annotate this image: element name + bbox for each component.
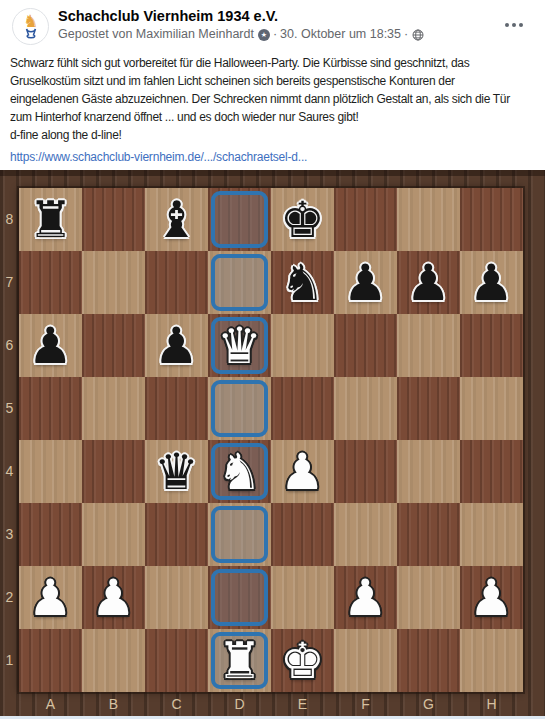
rank-labels: 87654321 bbox=[0, 188, 19, 692]
square-f1 bbox=[334, 629, 397, 692]
square-f5 bbox=[334, 377, 397, 440]
rank-label-3: 3 bbox=[0, 503, 19, 566]
file-labels: ABCDEFGH bbox=[19, 692, 523, 719]
square-e7: ♞ bbox=[271, 251, 334, 314]
file-label-g: G bbox=[397, 692, 460, 719]
white-pawn: ♟ bbox=[334, 566, 397, 629]
globe-privacy-icon bbox=[412, 29, 424, 41]
square-d1: ♜ bbox=[208, 629, 271, 692]
square-h5 bbox=[460, 377, 523, 440]
author-badge-icon bbox=[258, 29, 270, 41]
square-b8 bbox=[82, 188, 145, 251]
file-label-h: H bbox=[460, 692, 523, 719]
square-c2 bbox=[145, 566, 208, 629]
square-g7: ♟ bbox=[397, 251, 460, 314]
black-pawn: ♟ bbox=[397, 251, 460, 314]
square-h4 bbox=[460, 440, 523, 503]
square-e5 bbox=[271, 377, 334, 440]
white-knight: ♞ bbox=[208, 440, 271, 503]
square-c3 bbox=[145, 503, 208, 566]
square-g3 bbox=[397, 503, 460, 566]
black-knight: ♞ bbox=[271, 251, 334, 314]
dot-separator: · bbox=[273, 27, 277, 42]
black-pawn: ♟ bbox=[19, 314, 82, 377]
post-text-line: eingeladenen Gäste abzuzeichnen. Der Sch… bbox=[10, 90, 535, 108]
chess-board-image[interactable]: 87654321 ♜♝♚♞♟♟♟♟♟♛♛♞♟♟♟♟♟♜♚ ABCDEFGH bbox=[0, 170, 545, 719]
square-a1 bbox=[19, 629, 82, 692]
white-pawn: ♟ bbox=[460, 566, 523, 629]
square-a8: ♜ bbox=[19, 188, 82, 251]
square-f7: ♟ bbox=[334, 251, 397, 314]
square-d8 bbox=[208, 188, 271, 251]
white-pawn: ♟ bbox=[271, 440, 334, 503]
square-b6 bbox=[82, 314, 145, 377]
white-queen: ♛ bbox=[208, 314, 271, 377]
square-b5 bbox=[82, 377, 145, 440]
post-menu-button[interactable] bbox=[505, 20, 527, 30]
posted-by-text[interactable]: Gepostet von Maximilian Meinhardt bbox=[58, 27, 254, 42]
square-c4: ♛ bbox=[145, 440, 208, 503]
file-label-d: D bbox=[208, 692, 271, 719]
black-pawn: ♟ bbox=[460, 251, 523, 314]
square-a2: ♟ bbox=[19, 566, 82, 629]
square-d5 bbox=[208, 377, 271, 440]
square-d7 bbox=[208, 251, 271, 314]
dot-separator: · bbox=[404, 27, 408, 42]
square-b1 bbox=[82, 629, 145, 692]
page-name-link[interactable]: Schachclub Viernheim 1934 e.V. bbox=[58, 8, 545, 25]
square-h7: ♟ bbox=[460, 251, 523, 314]
rank-label-8: 8 bbox=[0, 188, 19, 251]
square-f3 bbox=[334, 503, 397, 566]
square-h8 bbox=[460, 188, 523, 251]
square-b2: ♟ bbox=[82, 566, 145, 629]
square-a5 bbox=[19, 377, 82, 440]
file-label-b: B bbox=[82, 692, 145, 719]
square-b4 bbox=[82, 440, 145, 503]
rank-label-2: 2 bbox=[0, 566, 19, 629]
post-header: ♞ Schachclub Viernheim 1934 e.V. Geposte… bbox=[0, 0, 545, 52]
square-f8 bbox=[334, 188, 397, 251]
square-b3 bbox=[82, 503, 145, 566]
square-e4: ♟ bbox=[271, 440, 334, 503]
square-f6 bbox=[334, 314, 397, 377]
square-h1 bbox=[460, 629, 523, 692]
black-pawn: ♟ bbox=[145, 314, 208, 377]
square-h3 bbox=[460, 503, 523, 566]
white-pawn: ♟ bbox=[19, 566, 82, 629]
rank-label-4: 4 bbox=[0, 440, 19, 503]
club-avatar[interactable]: ♞ bbox=[12, 8, 49, 45]
square-d6: ♛ bbox=[208, 314, 271, 377]
square-d3 bbox=[208, 503, 271, 566]
square-f2: ♟ bbox=[334, 566, 397, 629]
white-rook: ♜ bbox=[208, 629, 271, 692]
square-h2: ♟ bbox=[460, 566, 523, 629]
post-text-line: Gruselkostüm sitzt und im fahlen Licht s… bbox=[10, 72, 535, 90]
rank-label-7: 7 bbox=[0, 251, 19, 314]
file-label-a: A bbox=[19, 692, 82, 719]
square-c1 bbox=[145, 629, 208, 692]
post-tagline: d-fine along the d-line! bbox=[10, 126, 535, 144]
square-d2 bbox=[208, 566, 271, 629]
square-h6 bbox=[460, 314, 523, 377]
square-g6 bbox=[397, 314, 460, 377]
square-c7 bbox=[145, 251, 208, 314]
black-king: ♚ bbox=[271, 188, 334, 251]
post-header-text: Schachclub Viernheim 1934 e.V. Gepostet … bbox=[0, 0, 545, 42]
square-g4 bbox=[397, 440, 460, 503]
black-queen: ♛ bbox=[145, 440, 208, 503]
post-text-line: zum Hinterhof knarzend öffnet ... und es… bbox=[10, 108, 535, 126]
post-text-line: Schwarz fühlt sich gut vorbereitet für d… bbox=[10, 54, 535, 72]
club-logo-knight-icon: ♞ bbox=[23, 14, 38, 29]
square-g5 bbox=[397, 377, 460, 440]
square-a3 bbox=[19, 503, 82, 566]
square-e1: ♚ bbox=[271, 629, 334, 692]
square-g8 bbox=[397, 188, 460, 251]
rank-label-6: 6 bbox=[0, 314, 19, 377]
chess-board-grid: ♜♝♚♞♟♟♟♟♟♛♛♞♟♟♟♟♟♜♚ bbox=[19, 188, 523, 692]
post-timestamp[interactable]: 30. Oktober um 18:35 bbox=[280, 27, 401, 42]
square-e8: ♚ bbox=[271, 188, 334, 251]
square-e3 bbox=[271, 503, 334, 566]
post-subtitle: Gepostet von Maximilian Meinhardt · 30. … bbox=[58, 27, 545, 42]
square-c6: ♟ bbox=[145, 314, 208, 377]
file-label-e: E bbox=[271, 692, 334, 719]
square-c5 bbox=[145, 377, 208, 440]
square-a4 bbox=[19, 440, 82, 503]
square-c8: ♝ bbox=[145, 188, 208, 251]
club-logo-emblem-icon bbox=[24, 28, 38, 39]
black-pawn: ♟ bbox=[334, 251, 397, 314]
square-e2 bbox=[271, 566, 334, 629]
white-pawn: ♟ bbox=[82, 566, 145, 629]
facebook-post: ♞ Schachclub Viernheim 1934 e.V. Geposte… bbox=[0, 0, 545, 719]
rank-label-5: 5 bbox=[0, 377, 19, 440]
square-a6: ♟ bbox=[19, 314, 82, 377]
black-rook: ♜ bbox=[19, 188, 82, 251]
post-body: Schwarz fühlt sich gut vorbereitet für d… bbox=[0, 52, 545, 170]
post-link[interactable]: https://www.schachclub-viernheim.de/.../… bbox=[10, 148, 535, 166]
white-king: ♚ bbox=[271, 629, 334, 692]
square-b7 bbox=[82, 251, 145, 314]
square-g2 bbox=[397, 566, 460, 629]
black-bishop: ♝ bbox=[145, 188, 208, 251]
ellipsis-icon bbox=[505, 23, 509, 27]
square-d4: ♞ bbox=[208, 440, 271, 503]
square-a7 bbox=[19, 251, 82, 314]
rank-label-1: 1 bbox=[0, 629, 19, 692]
square-e6 bbox=[271, 314, 334, 377]
file-label-c: C bbox=[145, 692, 208, 719]
square-f4 bbox=[334, 440, 397, 503]
file-label-f: F bbox=[334, 692, 397, 719]
square-g1 bbox=[397, 629, 460, 692]
